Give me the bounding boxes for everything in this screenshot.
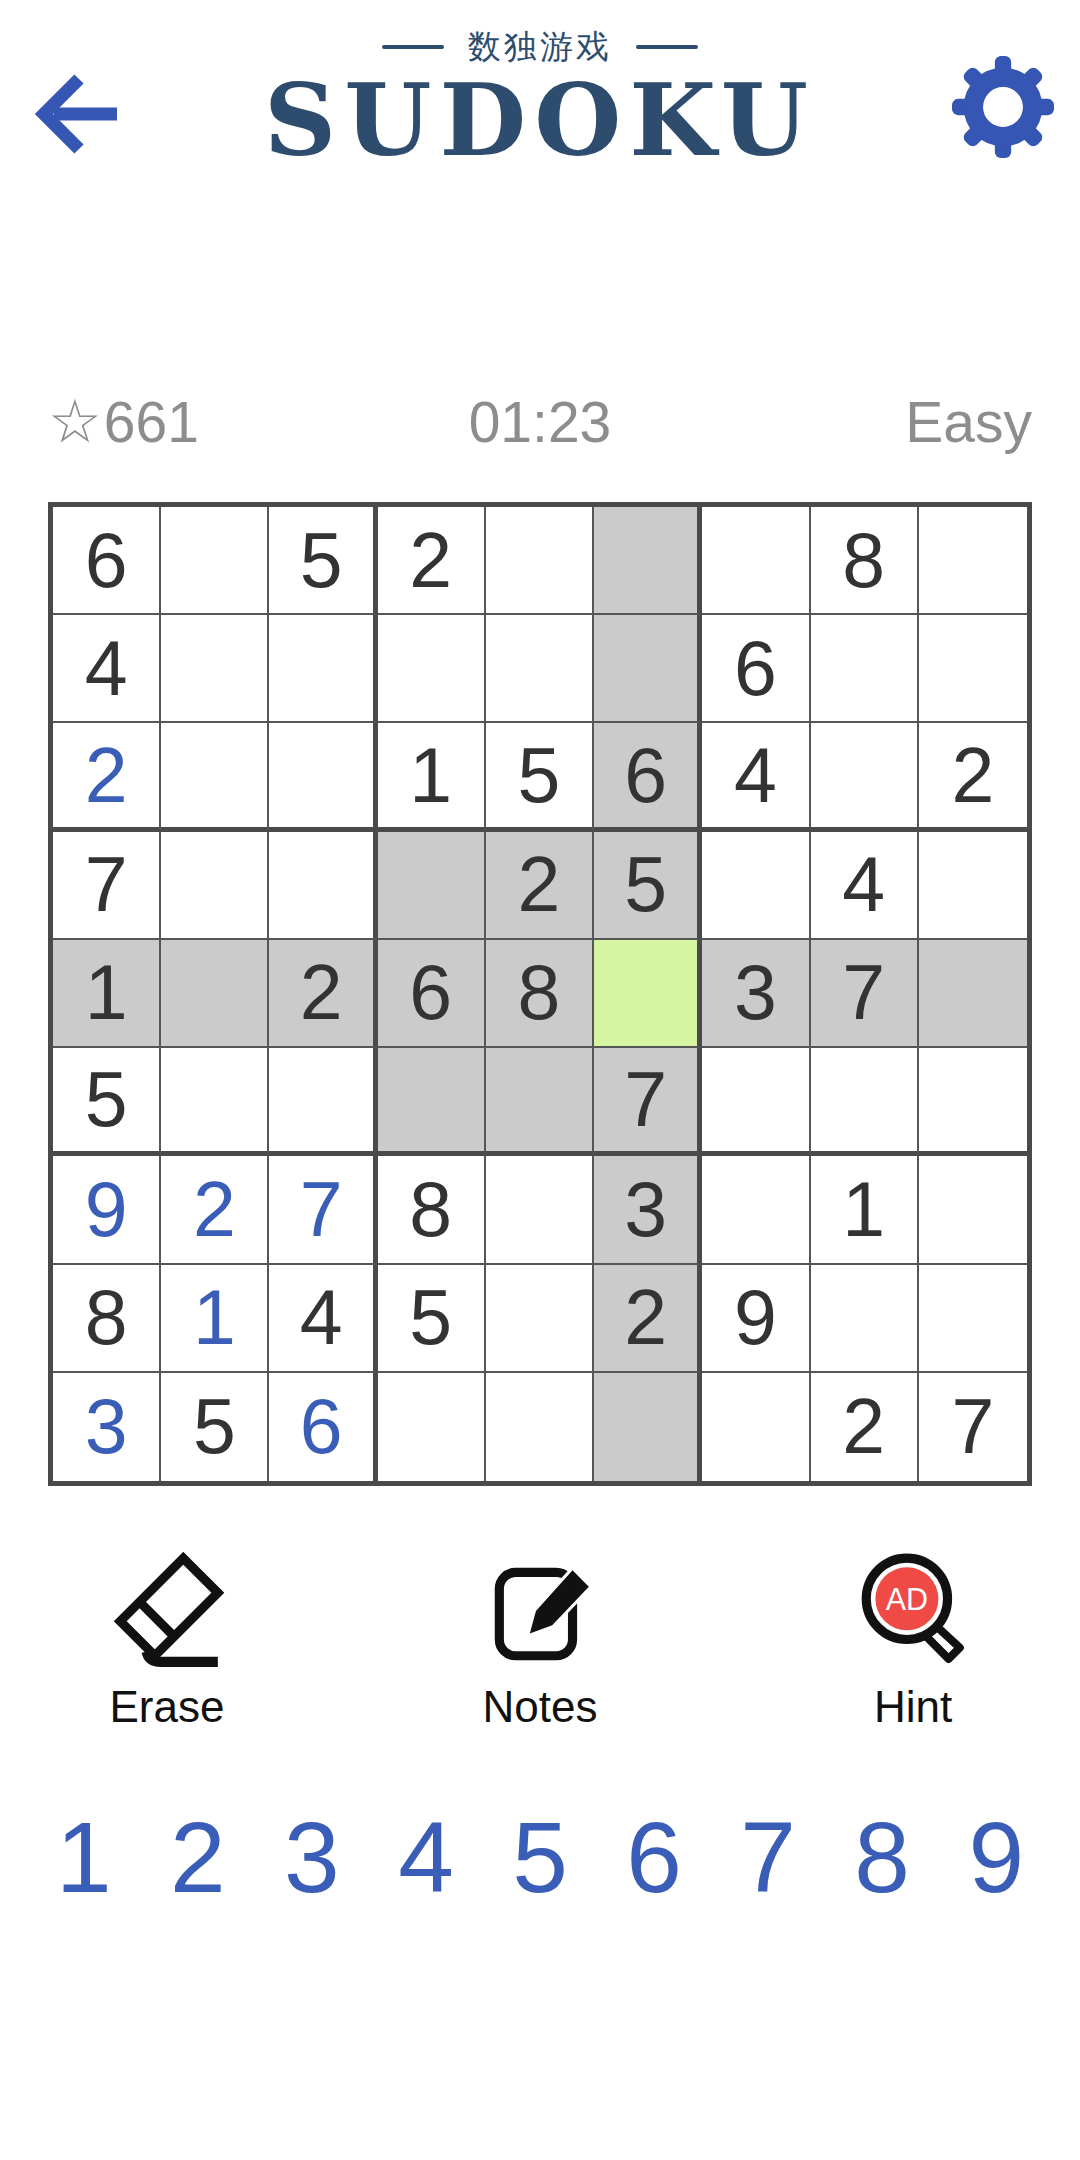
difficulty-label: Easy xyxy=(704,389,1032,455)
cell-r8c1[interactable]: 8 xyxy=(53,1265,161,1373)
cell-r5c6[interactable] xyxy=(594,940,702,1048)
cell-r7c1[interactable]: 9 xyxy=(53,1156,161,1264)
cell-r2c3[interactable] xyxy=(269,615,377,723)
notes-pencil-icon xyxy=(479,1548,601,1670)
cell-r4c3[interactable] xyxy=(269,832,377,940)
cell-r1c3[interactable]: 5 xyxy=(269,507,377,615)
cell-r8c7[interactable]: 9 xyxy=(702,1265,810,1373)
cell-r5c1[interactable]: 1 xyxy=(53,940,161,1048)
cell-r3c2[interactable] xyxy=(161,723,269,831)
cell-r4c5[interactable]: 2 xyxy=(486,832,594,940)
cell-r3c8[interactable] xyxy=(811,723,919,831)
ad-badge: AD xyxy=(886,1582,928,1616)
cell-r1c9[interactable] xyxy=(919,507,1027,615)
cell-r6c1[interactable]: 5 xyxy=(53,1048,161,1156)
cell-r2c6[interactable] xyxy=(594,615,702,723)
star-count: ☆661 xyxy=(48,386,376,456)
cell-r2c5[interactable] xyxy=(486,615,594,723)
cell-r3c6[interactable]: 6 xyxy=(594,723,702,831)
numpad-key-3[interactable]: 3 xyxy=(284,1802,340,1912)
cell-r8c9[interactable] xyxy=(919,1265,1027,1373)
cell-r5c5[interactable]: 8 xyxy=(486,940,594,1048)
back-button[interactable] xyxy=(24,62,124,162)
cell-r5c9[interactable] xyxy=(919,940,1027,1048)
numpad-key-8[interactable]: 8 xyxy=(854,1802,910,1912)
cell-r7c8[interactable]: 1 xyxy=(811,1156,919,1264)
cell-r4c9[interactable] xyxy=(919,832,1027,940)
cell-r5c8[interactable]: 7 xyxy=(811,940,919,1048)
cell-r8c8[interactable] xyxy=(811,1265,919,1373)
timer: 01:23 xyxy=(376,389,704,455)
notes-button[interactable]: Notes xyxy=(435,1548,645,1732)
app-title: SUDOKU xyxy=(0,72,1080,168)
cell-r9c1[interactable]: 3 xyxy=(53,1373,161,1481)
cell-r3c5[interactable]: 5 xyxy=(486,723,594,831)
cell-r3c3[interactable] xyxy=(269,723,377,831)
cell-r1c2[interactable] xyxy=(161,507,269,615)
numpad-key-7[interactable]: 7 xyxy=(740,1802,796,1912)
hint-label: Hint xyxy=(874,1682,952,1732)
toolbar: Erase Notes AD Hint xyxy=(0,1548,1080,1732)
numpad-key-2[interactable]: 2 xyxy=(170,1802,226,1912)
cell-r8c6[interactable]: 2 xyxy=(594,1265,702,1373)
cell-r4c6[interactable]: 5 xyxy=(594,832,702,940)
numpad-key-9[interactable]: 9 xyxy=(968,1802,1024,1912)
cell-r7c2[interactable]: 2 xyxy=(161,1156,269,1264)
numpad-key-5[interactable]: 5 xyxy=(512,1802,568,1912)
cell-r7c3[interactable]: 7 xyxy=(269,1156,377,1264)
cell-r6c2[interactable] xyxy=(161,1048,269,1156)
star-count-value: 661 xyxy=(104,390,199,454)
cell-r7c4[interactable]: 8 xyxy=(378,1156,486,1264)
cell-r3c9[interactable]: 2 xyxy=(919,723,1027,831)
cell-r7c6[interactable]: 3 xyxy=(594,1156,702,1264)
cell-r1c7[interactable] xyxy=(702,507,810,615)
cell-r1c4[interactable]: 2 xyxy=(378,507,486,615)
cell-r3c4[interactable]: 1 xyxy=(378,723,486,831)
cell-r6c8[interactable] xyxy=(811,1048,919,1156)
cell-r9c9[interactable]: 7 xyxy=(919,1373,1027,1481)
header: 数独游戏 SUDOKU xyxy=(0,0,1080,170)
hint-button[interactable]: AD Hint xyxy=(808,1548,1018,1732)
cell-r6c4[interactable] xyxy=(378,1048,486,1156)
cell-r4c2[interactable] xyxy=(161,832,269,940)
erase-button[interactable]: Erase xyxy=(62,1548,272,1732)
cell-r6c9[interactable] xyxy=(919,1048,1027,1156)
cell-r5c3[interactable]: 2 xyxy=(269,940,377,1048)
cell-r9c8[interactable]: 2 xyxy=(811,1373,919,1481)
cell-r5c2[interactable] xyxy=(161,940,269,1048)
settings-button[interactable] xyxy=(952,56,1054,158)
cell-r7c7[interactable] xyxy=(702,1156,810,1264)
cell-r4c7[interactable] xyxy=(702,832,810,940)
hint-magnifier-icon: AD xyxy=(852,1548,974,1670)
cell-r8c4[interactable]: 5 xyxy=(378,1265,486,1373)
cell-r9c7[interactable] xyxy=(702,1373,810,1481)
cell-r2c2[interactable] xyxy=(161,615,269,723)
cell-r6c7[interactable] xyxy=(702,1048,810,1156)
gear-icon xyxy=(952,146,1054,161)
cell-r2c1[interactable]: 4 xyxy=(53,615,161,723)
cell-r3c7[interactable]: 4 xyxy=(702,723,810,831)
cell-r6c5[interactable] xyxy=(486,1048,594,1156)
cell-r1c8[interactable]: 8 xyxy=(811,507,919,615)
numpad-key-4[interactable]: 4 xyxy=(398,1802,454,1912)
back-arrow-icon xyxy=(24,150,124,165)
eraser-icon xyxy=(106,1548,228,1670)
numpad-key-1[interactable]: 1 xyxy=(56,1802,112,1912)
cell-r9c3[interactable]: 6 xyxy=(269,1373,377,1481)
cell-r5c7[interactable]: 3 xyxy=(702,940,810,1048)
cell-r3c1[interactable]: 2 xyxy=(53,723,161,831)
title-dash-right xyxy=(636,45,698,49)
title-block: 数独游戏 SUDOKU xyxy=(0,26,1080,168)
cell-r4c1[interactable]: 7 xyxy=(53,832,161,940)
cell-r9c6[interactable] xyxy=(594,1373,702,1481)
cell-r7c5[interactable] xyxy=(486,1156,594,1264)
stats-row: ☆661 01:23 Easy xyxy=(48,386,1032,456)
cell-r5c4[interactable]: 6 xyxy=(378,940,486,1048)
sudoku-board: 6528462156427254126837579278318145293562… xyxy=(48,502,1032,1486)
cell-r6c3[interactable] xyxy=(269,1048,377,1156)
cell-r9c5[interactable] xyxy=(486,1373,594,1481)
cell-r9c2[interactable]: 5 xyxy=(161,1373,269,1481)
cell-r8c5[interactable] xyxy=(486,1265,594,1373)
cell-r1c5[interactable] xyxy=(486,507,594,615)
cell-r4c8[interactable]: 4 xyxy=(811,832,919,940)
notes-label: Notes xyxy=(483,1682,598,1732)
numpad-key-6[interactable]: 6 xyxy=(626,1802,682,1912)
cell-r2c8[interactable] xyxy=(811,615,919,723)
star-icon: ☆ xyxy=(48,388,102,455)
cell-r4c4[interactable] xyxy=(378,832,486,940)
cell-r8c3[interactable]: 4 xyxy=(269,1265,377,1373)
erase-label: Erase xyxy=(110,1682,225,1732)
cell-r2c7[interactable]: 6 xyxy=(702,615,810,723)
cell-r6c6[interactable]: 7 xyxy=(594,1048,702,1156)
cell-r8c2[interactable]: 1 xyxy=(161,1265,269,1373)
cell-r1c6[interactable] xyxy=(594,507,702,615)
cell-r9c4[interactable] xyxy=(378,1373,486,1481)
cell-r7c9[interactable] xyxy=(919,1156,1027,1264)
cell-r1c1[interactable]: 6 xyxy=(53,507,161,615)
cell-r2c4[interactable] xyxy=(378,615,486,723)
numpad: 123456789 xyxy=(0,1802,1080,1912)
title-dash-left xyxy=(382,45,444,49)
cell-r2c9[interactable] xyxy=(919,615,1027,723)
